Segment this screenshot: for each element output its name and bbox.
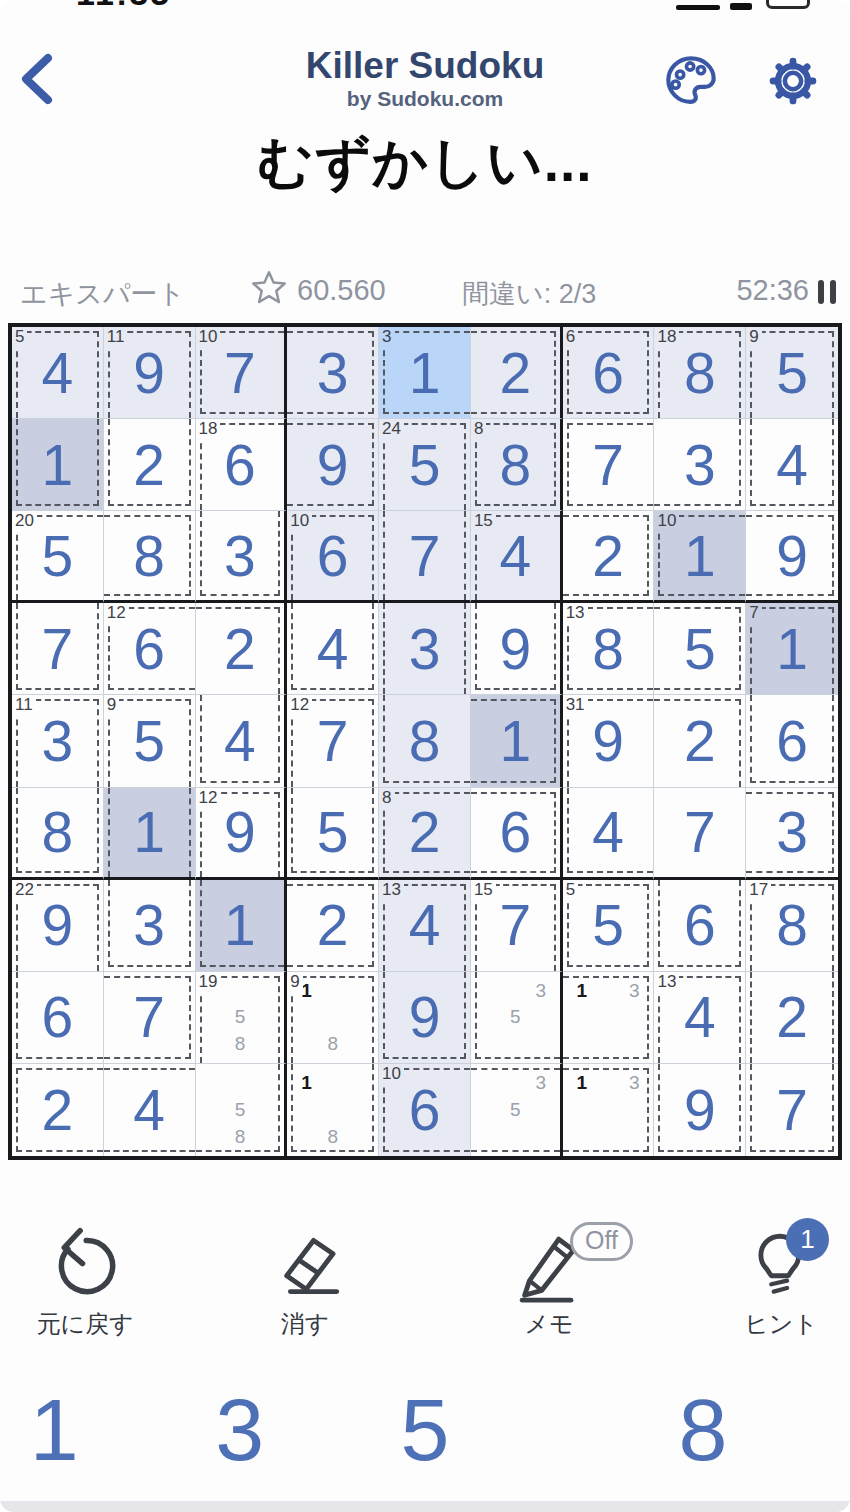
cell-r2c3[interactable]: 186 [196, 419, 288, 511]
cell-value: 5 [104, 695, 195, 786]
cell-r3c3[interactable]: 3 [196, 511, 288, 603]
cell-value: 3 [104, 880, 195, 971]
home-strip [0, 1501, 850, 1512]
note-1: 1 [569, 1070, 595, 1097]
cell-value: 2 [104, 419, 195, 510]
note-8: 8 [320, 1123, 346, 1150]
cell-r6c2[interactable]: 1 [104, 788, 196, 880]
number-pad: 1358 [8, 1378, 842, 1482]
battery-icon [766, 0, 810, 9]
cell-r6c3[interactable]: 129 [196, 788, 288, 880]
pencil-notes: 35 [477, 978, 554, 1057]
cell-r3c1[interactable]: 205 [12, 511, 104, 603]
undo-label: 元に戻す [36, 1308, 133, 1340]
cell-r8c9[interactable]: 2 [746, 972, 838, 1064]
cell-r5c5[interactable]: 8 [379, 695, 471, 787]
numpad-slot-empty-2 [101, 1378, 194, 1482]
cell-r3c9[interactable]: 9 [746, 511, 838, 603]
cell-value: 9 [379, 972, 470, 1063]
pencil-notes: 18 [293, 1070, 372, 1150]
cell-value: 7 [471, 880, 560, 971]
cell-r1c7[interactable]: 66 [563, 327, 655, 419]
cell-value: 8 [746, 880, 838, 971]
cell-r9c3[interactable]: 58 [196, 1064, 288, 1156]
note-3: 3 [528, 1070, 554, 1097]
cell-r5c7[interactable]: 319 [563, 695, 655, 787]
notes-off-badge: Off [570, 1222, 633, 1261]
cell-value: 4 [104, 1064, 195, 1156]
cell-value: 9 [746, 511, 838, 600]
cell-r5c4[interactable]: 127 [287, 695, 379, 787]
cell-value: 1 [379, 327, 470, 418]
app-title: Killer Sudoku [0, 46, 850, 86]
cell-r4c5[interactable]: 3 [379, 603, 471, 695]
killer-sudoku-app: 11:35 Killer Sudoku by Sudoku.com [0, 0, 850, 1512]
note-5: 5 [502, 1004, 528, 1030]
cell-value: 5 [287, 788, 378, 877]
cell-r6c9[interactable]: 3 [746, 788, 838, 880]
cell-r8c8[interactable]: 134 [654, 972, 746, 1064]
cell-r8c1[interactable]: 6 [12, 972, 104, 1064]
cell-value: 7 [746, 1064, 838, 1156]
difficulty-label: エキスパート [20, 276, 185, 312]
cell-value: 6 [471, 788, 560, 877]
cell-value: 4 [287, 603, 378, 694]
cell-value: 6 [746, 695, 838, 786]
cell-value: 5 [654, 603, 745, 694]
cell-r4c2[interactable]: 126 [104, 603, 196, 695]
cell-value: 5 [379, 419, 470, 510]
cell-value: 2 [471, 327, 560, 418]
numpad-digit-8[interactable]: 8 [657, 1378, 750, 1482]
pencil-notes: 18 [293, 978, 372, 1057]
mistakes-label: 間違い: 2/3 [462, 276, 596, 312]
cell-r1c9[interactable]: 95 [746, 327, 838, 419]
cell-value: 6 [104, 603, 195, 694]
cell-value: 3 [746, 788, 838, 877]
cell-value: 9 [471, 603, 560, 694]
erase-label: 消す [281, 1308, 330, 1340]
cell-r3c6[interactable]: 154 [471, 511, 563, 603]
cell-r1c6[interactable]: 2 [471, 327, 563, 419]
cell-value: 4 [12, 327, 103, 418]
palette-icon [662, 52, 720, 110]
cell-value: 2 [563, 511, 654, 600]
cell-value: 3 [12, 695, 103, 786]
cell-r2c7[interactable]: 7 [563, 419, 655, 511]
cell-value: 6 [196, 419, 285, 510]
cell-value: 6 [654, 880, 745, 971]
cell-r6c7[interactable]: 4 [563, 788, 655, 880]
cell-r7c6[interactable]: 157 [471, 880, 563, 972]
gear-icon [764, 52, 822, 110]
cell-value: 1 [471, 695, 560, 786]
cell-r6c4[interactable]: 5 [287, 788, 379, 880]
cell-value: 4 [471, 511, 560, 600]
note-3: 3 [621, 978, 647, 1004]
cell-value: 8 [12, 788, 103, 877]
cell-value: 1 [196, 880, 285, 971]
cell-r8c6[interactable]: 35 [471, 972, 563, 1064]
cell-value: 3 [379, 603, 470, 694]
cell-r9c8[interactable]: 9 [654, 1064, 746, 1156]
cell-r2c5[interactable]: 245 [379, 419, 471, 511]
cell-r3c7[interactable]: 2 [563, 511, 655, 603]
cell-r7c2[interactable]: 3 [104, 880, 196, 972]
numpad-digit-1[interactable]: 1 [8, 1378, 101, 1482]
cell-value: 3 [287, 327, 378, 418]
cell-value: 3 [196, 511, 285, 600]
cell-r6c8[interactable]: 7 [654, 788, 746, 880]
cell-r9c2[interactable]: 4 [104, 1064, 196, 1156]
cell-r7c5[interactable]: 134 [379, 880, 471, 972]
cell-value: 5 [746, 327, 838, 418]
cell-value: 4 [746, 419, 838, 510]
cell-value: 7 [287, 695, 378, 786]
cell-value: 8 [563, 603, 654, 694]
numpad-slot-empty-9 [749, 1378, 842, 1482]
cell-value: 4 [196, 695, 285, 786]
settings-button[interactable] [764, 52, 822, 110]
cell-r7c3[interactable]: 1 [196, 880, 288, 972]
cell-r2c4[interactable]: 9 [287, 419, 379, 511]
numpad-slot-empty-7 [564, 1378, 657, 1482]
cell-r2c8[interactable]: 3 [654, 419, 746, 511]
note-1: 1 [293, 1070, 319, 1097]
cell-value: 7 [654, 788, 745, 877]
note-5: 5 [227, 1097, 253, 1124]
cell-r5c2[interactable]: 95 [104, 695, 196, 787]
cell-r5c3[interactable]: 4 [196, 695, 288, 787]
cell-value: 9 [287, 419, 378, 510]
cell-r5c8[interactable]: 2 [654, 695, 746, 787]
numpad-slot-empty-4 [286, 1378, 379, 1482]
cell-value: 1 [654, 511, 745, 600]
hint-label: ヒント [744, 1308, 818, 1340]
cell-value: 1 [12, 419, 103, 510]
cell-value: 6 [379, 1064, 470, 1156]
cell-r8c3[interactable]: 1958 [196, 972, 288, 1064]
theme-button[interactable] [662, 52, 720, 110]
cell-value: 5 [563, 880, 654, 971]
eraser-icon [266, 1226, 344, 1306]
cell-r8c2[interactable]: 7 [104, 972, 196, 1064]
cell-r2c2[interactable]: 2 [104, 419, 196, 511]
cell-r1c2[interactable]: 119 [104, 327, 196, 419]
status-time: 11:35 [76, 0, 171, 11]
cell-r5c9[interactable]: 6 [746, 695, 838, 787]
cell-value: 6 [287, 511, 378, 600]
cell-r3c2[interactable]: 8 [104, 511, 196, 603]
cell-r2c6[interactable]: 88 [471, 419, 563, 511]
cell-r2c9[interactable]: 4 [746, 419, 838, 511]
note-3: 3 [621, 1070, 647, 1097]
cell-r7c4[interactable]: 2 [287, 880, 379, 972]
cell-value: 9 [12, 880, 103, 971]
numpad-slot-empty-6 [471, 1378, 564, 1482]
notes-label: メモ [524, 1308, 573, 1340]
cell-value: 7 [563, 419, 654, 510]
note-1: 1 [569, 978, 595, 1004]
cell-value: 8 [379, 695, 470, 786]
cell-r3c8[interactable]: 101 [654, 511, 746, 603]
note-5: 5 [227, 1004, 253, 1030]
cell-value: 2 [654, 695, 745, 786]
hint-button[interactable]: 1 ヒント [706, 1226, 850, 1340]
cell-value: 8 [654, 327, 745, 418]
cell-r9c7[interactable]: 13 [563, 1064, 655, 1156]
undo-button[interactable]: 元に戻す [10, 1226, 160, 1340]
cell-value: 9 [104, 327, 195, 418]
cell-r1c3[interactable]: 107 [196, 327, 288, 419]
timer-value: 52:36 [736, 274, 809, 307]
signal-icon [676, 5, 720, 10]
cell-value: 5 [12, 511, 103, 600]
cell-r4c8[interactable]: 5 [654, 603, 746, 695]
numpad-digit-5[interactable]: 5 [379, 1378, 472, 1482]
cell-r5c6[interactable]: 1 [471, 695, 563, 787]
cell-value: 1 [746, 603, 838, 694]
cell-r4c6[interactable]: 9 [471, 603, 563, 695]
cell-r8c5[interactable]: 9 [379, 972, 471, 1064]
undo-icon [46, 1226, 124, 1306]
cell-r7c9[interactable]: 178 [746, 880, 838, 972]
cell-value: 7 [12, 603, 103, 694]
cell-value: 7 [196, 327, 285, 418]
cell-r4c3[interactable]: 2 [196, 603, 288, 695]
note-8: 8 [227, 1031, 253, 1057]
cell-value: 2 [196, 603, 285, 694]
cell-r7c1[interactable]: 229 [12, 880, 104, 972]
star-icon [250, 269, 288, 307]
note-5: 5 [502, 1097, 528, 1124]
numpad-digit-3[interactable]: 3 [193, 1378, 286, 1482]
cell-r3c4[interactable]: 106 [287, 511, 379, 603]
cell-r1c5[interactable]: 31 [379, 327, 471, 419]
cell-r1c4[interactable]: 3 [287, 327, 379, 419]
cell-value: 4 [379, 880, 470, 971]
cell-value: 4 [654, 972, 745, 1063]
status-bar: 11:35 [0, 0, 850, 11]
cell-r9c6[interactable]: 35 [471, 1064, 563, 1156]
cell-r6c1[interactable]: 8 [12, 788, 104, 880]
cell-value: 2 [379, 788, 470, 877]
pencil-notes: 13 [569, 978, 648, 1057]
cell-r7c8[interactable]: 6 [654, 880, 746, 972]
cell-value: 6 [12, 972, 103, 1063]
cell-value: 9 [563, 695, 654, 786]
pause-button[interactable] [818, 278, 836, 304]
score-group: 60.560 [250, 268, 386, 307]
cell-r8c7[interactable]: 13 [563, 972, 655, 1064]
pencil-notes: 58 [202, 1070, 279, 1150]
cell-r6c6[interactable]: 6 [471, 788, 563, 880]
cell-value: 8 [471, 419, 560, 510]
difficulty-banner: むずかしい... [0, 126, 850, 200]
pencil-notes: 13 [569, 1070, 648, 1150]
wifi-icon [730, 3, 752, 10]
cell-value: 7 [104, 972, 195, 1063]
cell-r2c1[interactable]: 1 [12, 419, 104, 511]
cell-r5c1[interactable]: 113 [12, 695, 104, 787]
cell-value: 9 [196, 788, 285, 877]
cell-r3c5[interactable]: 7 [379, 511, 471, 603]
stats-row: エキスパート 60.560 間違い: 2/3 52:36 [0, 268, 850, 312]
cell-value: 3 [654, 419, 745, 510]
cell-r7c7[interactable]: 55 [563, 880, 655, 972]
timer-group: 52:36 [736, 274, 836, 307]
cell-r4c9[interactable]: 71 [746, 603, 838, 695]
cell-r6c5[interactable]: 82 [379, 788, 471, 880]
note-3: 3 [528, 978, 554, 1004]
cell-value: 2 [287, 880, 378, 971]
score-value: 60.560 [297, 274, 386, 307]
killer-sudoku-board: 5411910733126618895121869245887342058310… [8, 323, 842, 1160]
cell-value: 4 [563, 788, 654, 877]
cell-r8c4[interactable]: 918 [287, 972, 379, 1064]
note-1: 1 [293, 978, 319, 1004]
cell-r4c4[interactable]: 4 [287, 603, 379, 695]
cell-r9c9[interactable]: 7 [746, 1064, 838, 1156]
app-title-block: Killer Sudoku by Sudoku.com [0, 46, 850, 112]
cell-value: 6 [563, 327, 654, 418]
cell-value: 8 [104, 511, 195, 600]
cell-value: 9 [654, 1064, 745, 1156]
cell-r4c7[interactable]: 138 [563, 603, 655, 695]
cell-value: 2 [12, 1064, 103, 1156]
notes-button[interactable]: Off メモ [474, 1226, 624, 1340]
cell-value: 2 [746, 972, 838, 1063]
cell-r9c5[interactable]: 106 [379, 1064, 471, 1156]
cell-r1c1[interactable]: 54 [12, 327, 104, 419]
note-8: 8 [320, 1031, 346, 1057]
cell-r1c8[interactable]: 188 [654, 327, 746, 419]
erase-button[interactable]: 消す [230, 1226, 380, 1340]
note-8: 8 [227, 1123, 253, 1150]
cell-r9c4[interactable]: 18 [287, 1064, 379, 1156]
app-subtitle: by Sudoku.com [0, 86, 850, 112]
hint-count-badge: 1 [786, 1218, 829, 1261]
cell-value: 1 [104, 788, 195, 877]
pencil-notes: 35 [477, 1070, 554, 1150]
cell-value: 7 [379, 511, 470, 600]
pencil-notes: 58 [202, 978, 279, 1057]
cell-r9c1[interactable]: 2 [12, 1064, 104, 1156]
cell-r4c1[interactable]: 7 [12, 603, 104, 695]
